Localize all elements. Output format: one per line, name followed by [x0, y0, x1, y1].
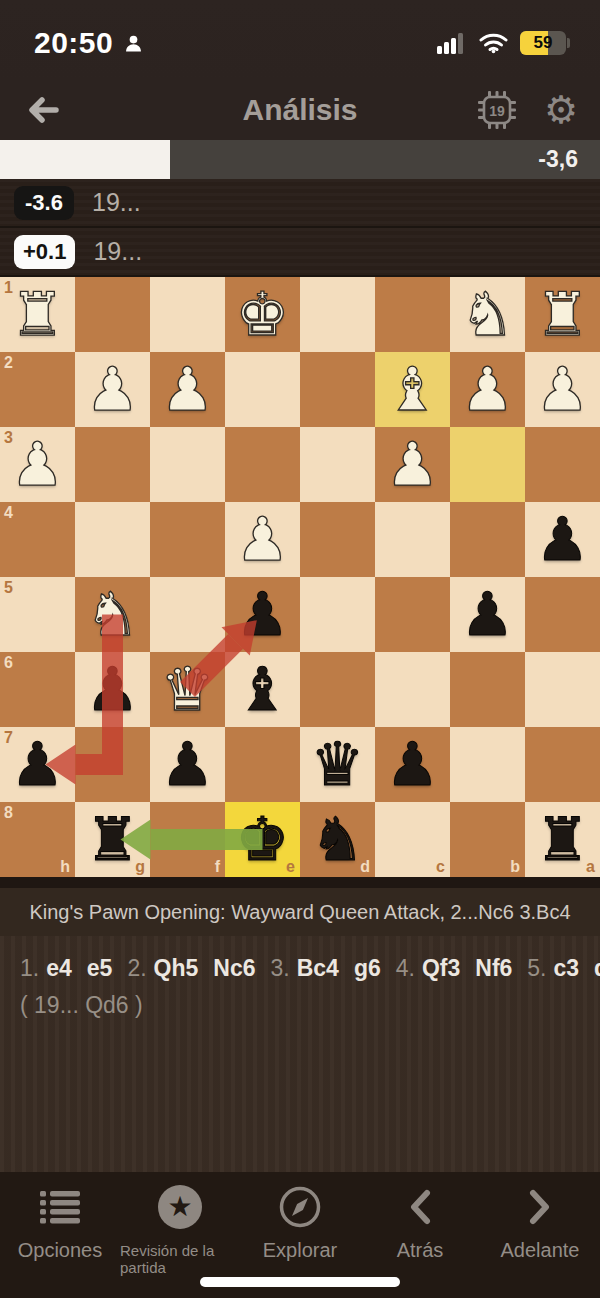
move-list: 1.e4e52.Qh5Nc63.Bc4g64.Qf3Nf65.c3d66.h3B… [0, 936, 600, 1172]
square-a7[interactable] [525, 727, 600, 802]
square-a5[interactable] [525, 577, 600, 652]
rank-label-8: 8 [4, 805, 13, 821]
square-b7[interactable] [450, 727, 525, 802]
square-a1[interactable]: ♜ [525, 277, 600, 352]
square-f6[interactable]: ♛ [150, 652, 225, 727]
square-e3[interactable] [225, 427, 300, 502]
piece-white-Q-f6[interactable]: ♛ [150, 652, 225, 727]
piece-black-P-b5[interactable]: ♟ [450, 577, 525, 652]
toolbar-label: Opciones [18, 1239, 103, 1262]
evaluation-score: -3,6 [538, 146, 578, 173]
piece-black-P-h7[interactable]: ♟ [0, 727, 75, 802]
status-bar: 20:50 59 [0, 0, 600, 80]
square-a4[interactable]: ♟ [525, 502, 600, 577]
move-san[interactable]: Qh5 [154, 955, 199, 981]
piece-black-R-a8[interactable]: ♜ [525, 802, 600, 877]
piece-black-R-g8[interactable]: ♜ [75, 802, 150, 877]
square-d7[interactable]: ♛ [300, 727, 375, 802]
square-b3[interactable] [450, 427, 525, 502]
piece-white-N-g5[interactable]: ♞ [75, 577, 150, 652]
settings-gear-icon[interactable]: ⚙ [544, 91, 578, 129]
piece-white-R-h1[interactable]: ♜ [0, 277, 75, 352]
piece-white-P-c3[interactable]: ♟ [375, 427, 450, 502]
rank-label-5: 5 [4, 580, 13, 596]
list-icon [38, 1188, 82, 1226]
piece-white-P-b2[interactable]: ♟ [450, 352, 525, 427]
square-e6[interactable]: ♝ [225, 652, 300, 727]
square-d3[interactable] [300, 427, 375, 502]
square-a2[interactable]: ♟ [525, 352, 600, 427]
toolbar-item-opciones[interactable]: Opciones [0, 1184, 120, 1262]
square-c3[interactable]: ♟ [375, 427, 450, 502]
square-a3[interactable] [525, 427, 600, 502]
piece-black-P-c7[interactable]: ♟ [375, 727, 450, 802]
square-b5[interactable]: ♟ [450, 577, 525, 652]
square-b8[interactable]: b [450, 802, 525, 877]
square-d8[interactable]: d♞ [300, 802, 375, 877]
square-e7[interactable] [225, 727, 300, 802]
chevron-right-icon [526, 1186, 554, 1228]
square-f3[interactable] [150, 427, 225, 502]
square-c2[interactable]: ♝ [375, 352, 450, 427]
piece-black-P-g6[interactable]: ♟ [75, 652, 150, 727]
file-label-b: b [510, 859, 520, 875]
square-b4[interactable] [450, 502, 525, 577]
square-f8[interactable]: f [150, 802, 225, 877]
move-san[interactable]: Bc4 [297, 955, 339, 981]
engine-line-2-moves: 19... [93, 237, 142, 266]
square-g2[interactable]: ♟ [75, 352, 150, 427]
piece-black-N-d8[interactable]: ♞ [300, 802, 375, 877]
piece-black-P-e5[interactable]: ♟ [225, 577, 300, 652]
piece-white-B-c2[interactable]: ♝ [375, 352, 450, 427]
move-number: 3. [271, 955, 290, 981]
square-a6[interactable] [525, 652, 600, 727]
square-h6[interactable]: 6 [0, 652, 75, 727]
toolbar-item-revision[interactable]: ★ Revisión de la partida [120, 1184, 240, 1276]
rank-label-6: 6 [4, 655, 13, 671]
piece-black-Q-d7[interactable]: ♛ [300, 727, 375, 802]
square-h5[interactable]: 5 [0, 577, 75, 652]
piece-black-P-f7[interactable]: ♟ [150, 727, 225, 802]
square-f1[interactable] [150, 277, 225, 352]
square-a8[interactable]: a♜ [525, 802, 600, 877]
piece-black-B-e6[interactable]: ♝ [225, 652, 300, 727]
square-d6[interactable] [300, 652, 375, 727]
square-g1[interactable] [75, 277, 150, 352]
move-number: 4. [396, 955, 415, 981]
square-c4[interactable] [375, 502, 450, 577]
clock-time: 20:50 [34, 26, 113, 60]
square-d4[interactable] [300, 502, 375, 577]
chevron-left-icon [406, 1186, 434, 1228]
toolbar-label: Explorar [263, 1239, 337, 1262]
square-g4[interactable] [75, 502, 150, 577]
move-san[interactable]: Nf6 [475, 955, 512, 981]
square-b2[interactable]: ♟ [450, 352, 525, 427]
square-f2[interactable]: ♟ [150, 352, 225, 427]
move-number: 5. [527, 955, 546, 981]
move-number: 2. [127, 955, 146, 981]
toolbar-item-atras[interactable]: Atrás [360, 1184, 480, 1262]
square-c5[interactable] [375, 577, 450, 652]
file-label-h: h [60, 859, 70, 875]
square-h4[interactable]: 4 [0, 502, 75, 577]
divider-strip [0, 877, 600, 888]
file-label-c: c [436, 859, 445, 875]
move-san[interactable]: e5 [87, 955, 113, 981]
piece-white-K-e1[interactable]: ♚ [225, 277, 300, 352]
square-d2[interactable] [300, 352, 375, 427]
cellular-signal-icon [437, 32, 467, 54]
engine-line-2-eval-badge: +0.1 [14, 235, 75, 269]
move-san[interactable]: g6 [354, 955, 381, 981]
piece-white-P-f2[interactable]: ♟ [150, 352, 225, 427]
header: Análisis 19 ⚙ [0, 80, 600, 140]
move-san[interactable]: c3 [554, 955, 580, 981]
move-san[interactable]: d6 [594, 955, 600, 981]
game-review-star-icon: ★ [158, 1185, 202, 1229]
square-h1[interactable]: 1♜ [0, 277, 75, 352]
square-e5[interactable]: ♟ [225, 577, 300, 652]
square-b6[interactable] [450, 652, 525, 727]
toolbar-item-adelante[interactable]: Adelante [480, 1184, 600, 1262]
move-number: 1. [20, 955, 39, 981]
square-e2[interactable] [225, 352, 300, 427]
piece-white-R-a1[interactable]: ♜ [525, 277, 600, 352]
move-san[interactable]: Qf3 [422, 955, 460, 981]
piece-white-P-e4[interactable]: ♟ [225, 502, 300, 577]
back-button[interactable] [26, 94, 60, 126]
toolbar-label: Revisión de la partida [120, 1242, 240, 1276]
piece-white-N-b1[interactable]: ♞ [450, 277, 525, 352]
compass-icon [277, 1184, 323, 1230]
engine-depth-value: 19 [489, 103, 505, 119]
variation-text[interactable]: ( 19... Qd6 ) [20, 987, 580, 1024]
piece-black-P-a4[interactable]: ♟ [525, 502, 600, 577]
square-h7[interactable]: 7♟ [0, 727, 75, 802]
square-e8[interactable]: e♚ [225, 802, 300, 877]
square-c7[interactable]: ♟ [375, 727, 450, 802]
wifi-icon [479, 32, 508, 54]
bottom-toolbar: Opciones ★ Revisión de la partida Explor… [0, 1172, 600, 1298]
square-h8[interactable]: 8h [0, 802, 75, 877]
square-g3[interactable] [75, 427, 150, 502]
square-g7[interactable] [75, 727, 150, 802]
toolbar-label: Atrás [397, 1239, 444, 1262]
file-label-f: f [215, 859, 220, 875]
battery-percent: 59 [520, 31, 566, 55]
square-g5[interactable]: ♞ [75, 577, 150, 652]
square-f4[interactable] [150, 502, 225, 577]
engine-line-1-eval-badge: -3.6 [14, 186, 74, 220]
rank-label-2: 2 [4, 355, 13, 371]
square-d5[interactable] [300, 577, 375, 652]
square-b1[interactable]: ♞ [450, 277, 525, 352]
evaluation-bar: -3,6 [0, 140, 600, 179]
piece-white-P-a2[interactable]: ♟ [525, 352, 600, 427]
square-e4[interactable]: ♟ [225, 502, 300, 577]
evaluation-bar-white-fill [0, 140, 170, 179]
piece-white-P-h3[interactable]: ♟ [0, 427, 75, 502]
piece-black-K-e8[interactable]: ♚ [225, 802, 300, 877]
square-g6[interactable]: ♟ [75, 652, 150, 727]
square-f5[interactable] [150, 577, 225, 652]
battery-indicator: 59 [520, 31, 570, 55]
square-c8[interactable]: c [375, 802, 450, 877]
person-icon [123, 33, 144, 54]
toolbar-item-explorar[interactable]: Explorar [240, 1184, 360, 1262]
square-g8[interactable]: g♜ [75, 802, 150, 877]
chess-board: 1♜♚♞♜2♟♟♝♟♟3♟♟4♟♟5♞♟♟6♟♛♝7♟♟♛♟8hg♜fe♚d♞c… [0, 277, 600, 877]
engine-line-1[interactable]: -3.6 19... [0, 179, 600, 228]
square-c6[interactable] [375, 652, 450, 727]
engine-lines: -3.6 19... +0.1 19... [0, 179, 600, 277]
square-h3[interactable]: 3♟ [0, 427, 75, 502]
square-e1[interactable]: ♚ [225, 277, 300, 352]
square-d1[interactable] [300, 277, 375, 352]
square-h2[interactable]: 2 [0, 352, 75, 427]
chess-analysis-app: 20:50 59 [0, 0, 600, 1298]
move-san[interactable]: e4 [46, 955, 72, 981]
home-indicator [200, 1277, 400, 1287]
square-c1[interactable] [375, 277, 450, 352]
rank-label-4: 4 [4, 505, 13, 521]
opening-name: King's Pawn Opening: Wayward Queen Attac… [0, 888, 600, 936]
toolbar-label: Adelante [501, 1239, 580, 1262]
square-f7[interactable]: ♟ [150, 727, 225, 802]
engine-depth-chip-icon[interactable]: 19 [476, 89, 518, 131]
piece-white-P-g2[interactable]: ♟ [75, 352, 150, 427]
move-san[interactable]: Nc6 [213, 955, 255, 981]
engine-line-2[interactable]: +0.1 19... [0, 228, 600, 277]
engine-line-1-moves: 19... [92, 188, 141, 217]
